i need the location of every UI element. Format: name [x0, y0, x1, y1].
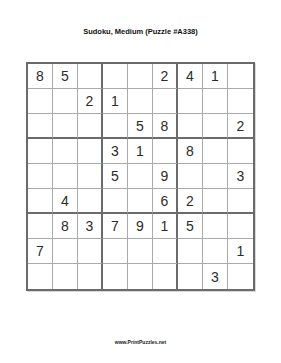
cell-r8c1[interactable]: 7: [28, 239, 53, 264]
cell-r9c1[interactable]: [28, 264, 53, 289]
cell-r9c3[interactable]: [78, 264, 103, 289]
cell-r4c2[interactable]: [53, 139, 78, 164]
sudoku-board: 8524121582318593462837915713: [26, 62, 255, 291]
cell-r2c4[interactable]: 1: [103, 89, 128, 114]
cell-r3c9[interactable]: 2: [228, 114, 253, 139]
cell-r8c4[interactable]: [103, 239, 128, 264]
cell-r5c5[interactable]: [128, 164, 153, 189]
cell-r6c8[interactable]: [203, 189, 228, 214]
cell-r7c2[interactable]: 8: [53, 214, 78, 239]
cell-r2c6[interactable]: [153, 89, 178, 114]
cell-r3c6[interactable]: 8: [153, 114, 178, 139]
cell-r1c7[interactable]: 4: [178, 64, 203, 89]
cell-r7c7[interactable]: 5: [178, 214, 203, 239]
cell-r7c3[interactable]: 3: [78, 214, 103, 239]
cell-r7c4[interactable]: 7: [103, 214, 128, 239]
cell-r1c5[interactable]: [128, 64, 153, 89]
cell-r2c7[interactable]: [178, 89, 203, 114]
cell-r9c9[interactable]: [228, 264, 253, 289]
cell-r9c7[interactable]: [178, 264, 203, 289]
cell-r6c3[interactable]: [78, 189, 103, 214]
cell-r1c8[interactable]: 1: [203, 64, 228, 89]
cell-r3c5[interactable]: 5: [128, 114, 153, 139]
cell-r1c2[interactable]: 5: [53, 64, 78, 89]
cell-r4c7[interactable]: 8: [178, 139, 203, 164]
cell-r7c1[interactable]: [28, 214, 53, 239]
cell-r8c3[interactable]: [78, 239, 103, 264]
cell-r7c9[interactable]: [228, 214, 253, 239]
cell-r2c5[interactable]: [128, 89, 153, 114]
cell-r9c6[interactable]: [153, 264, 178, 289]
cell-r5c1[interactable]: [28, 164, 53, 189]
cell-r7c8[interactable]: [203, 214, 228, 239]
cell-r3c1[interactable]: [28, 114, 53, 139]
cell-r9c5[interactable]: [128, 264, 153, 289]
cell-r6c9[interactable]: [228, 189, 253, 214]
cell-r5c3[interactable]: [78, 164, 103, 189]
cell-r6c4[interactable]: [103, 189, 128, 214]
cell-r9c8[interactable]: 3: [203, 264, 228, 289]
cell-r5c8[interactable]: [203, 164, 228, 189]
footer-url: www.PrintPuzzles.net: [0, 339, 281, 345]
cell-r2c9[interactable]: [228, 89, 253, 114]
cell-r3c2[interactable]: [53, 114, 78, 139]
cell-r4c4[interactable]: 3: [103, 139, 128, 164]
cell-r4c3[interactable]: [78, 139, 103, 164]
cell-r8c8[interactable]: [203, 239, 228, 264]
cell-r6c2[interactable]: 4: [53, 189, 78, 214]
cell-r6c6[interactable]: 6: [153, 189, 178, 214]
cell-r7c6[interactable]: 1: [153, 214, 178, 239]
cell-r2c2[interactable]: [53, 89, 78, 114]
cell-r5c2[interactable]: [53, 164, 78, 189]
cell-r4c9[interactable]: [228, 139, 253, 164]
cell-r3c4[interactable]: [103, 114, 128, 139]
cell-r2c8[interactable]: [203, 89, 228, 114]
cell-r4c1[interactable]: [28, 139, 53, 164]
cell-r6c5[interactable]: [128, 189, 153, 214]
cell-r4c8[interactable]: [203, 139, 228, 164]
page: Sudoku, Medium (Puzzle #A338) 8524121582…: [0, 0, 281, 363]
cell-r1c3[interactable]: [78, 64, 103, 89]
cell-r9c2[interactable]: [53, 264, 78, 289]
cell-r8c9[interactable]: 1: [228, 239, 253, 264]
cell-r7c5[interactable]: 9: [128, 214, 153, 239]
cell-r4c6[interactable]: [153, 139, 178, 164]
cell-r2c1[interactable]: [28, 89, 53, 114]
cell-r3c7[interactable]: [178, 114, 203, 139]
cell-r3c8[interactable]: [203, 114, 228, 139]
cell-r5c7[interactable]: [178, 164, 203, 189]
cell-r8c5[interactable]: [128, 239, 153, 264]
cell-r1c9[interactable]: [228, 64, 253, 89]
cell-r5c9[interactable]: 3: [228, 164, 253, 189]
cell-r6c7[interactable]: 2: [178, 189, 203, 214]
cell-r5c6[interactable]: 9: [153, 164, 178, 189]
cell-r3c3[interactable]: [78, 114, 103, 139]
cell-r2c3[interactable]: 2: [78, 89, 103, 114]
cell-r8c6[interactable]: [153, 239, 178, 264]
cell-r8c7[interactable]: [178, 239, 203, 264]
puzzle-title: Sudoku, Medium (Puzzle #A338): [0, 27, 281, 36]
cell-r4c5[interactable]: 1: [128, 139, 153, 164]
cell-r9c4[interactable]: [103, 264, 128, 289]
cell-r6c1[interactable]: [28, 189, 53, 214]
cell-r1c6[interactable]: 2: [153, 64, 178, 89]
cell-r8c2[interactable]: [53, 239, 78, 264]
cell-r1c4[interactable]: [103, 64, 128, 89]
cell-r5c4[interactable]: 5: [103, 164, 128, 189]
cell-r1c1[interactable]: 8: [28, 64, 53, 89]
